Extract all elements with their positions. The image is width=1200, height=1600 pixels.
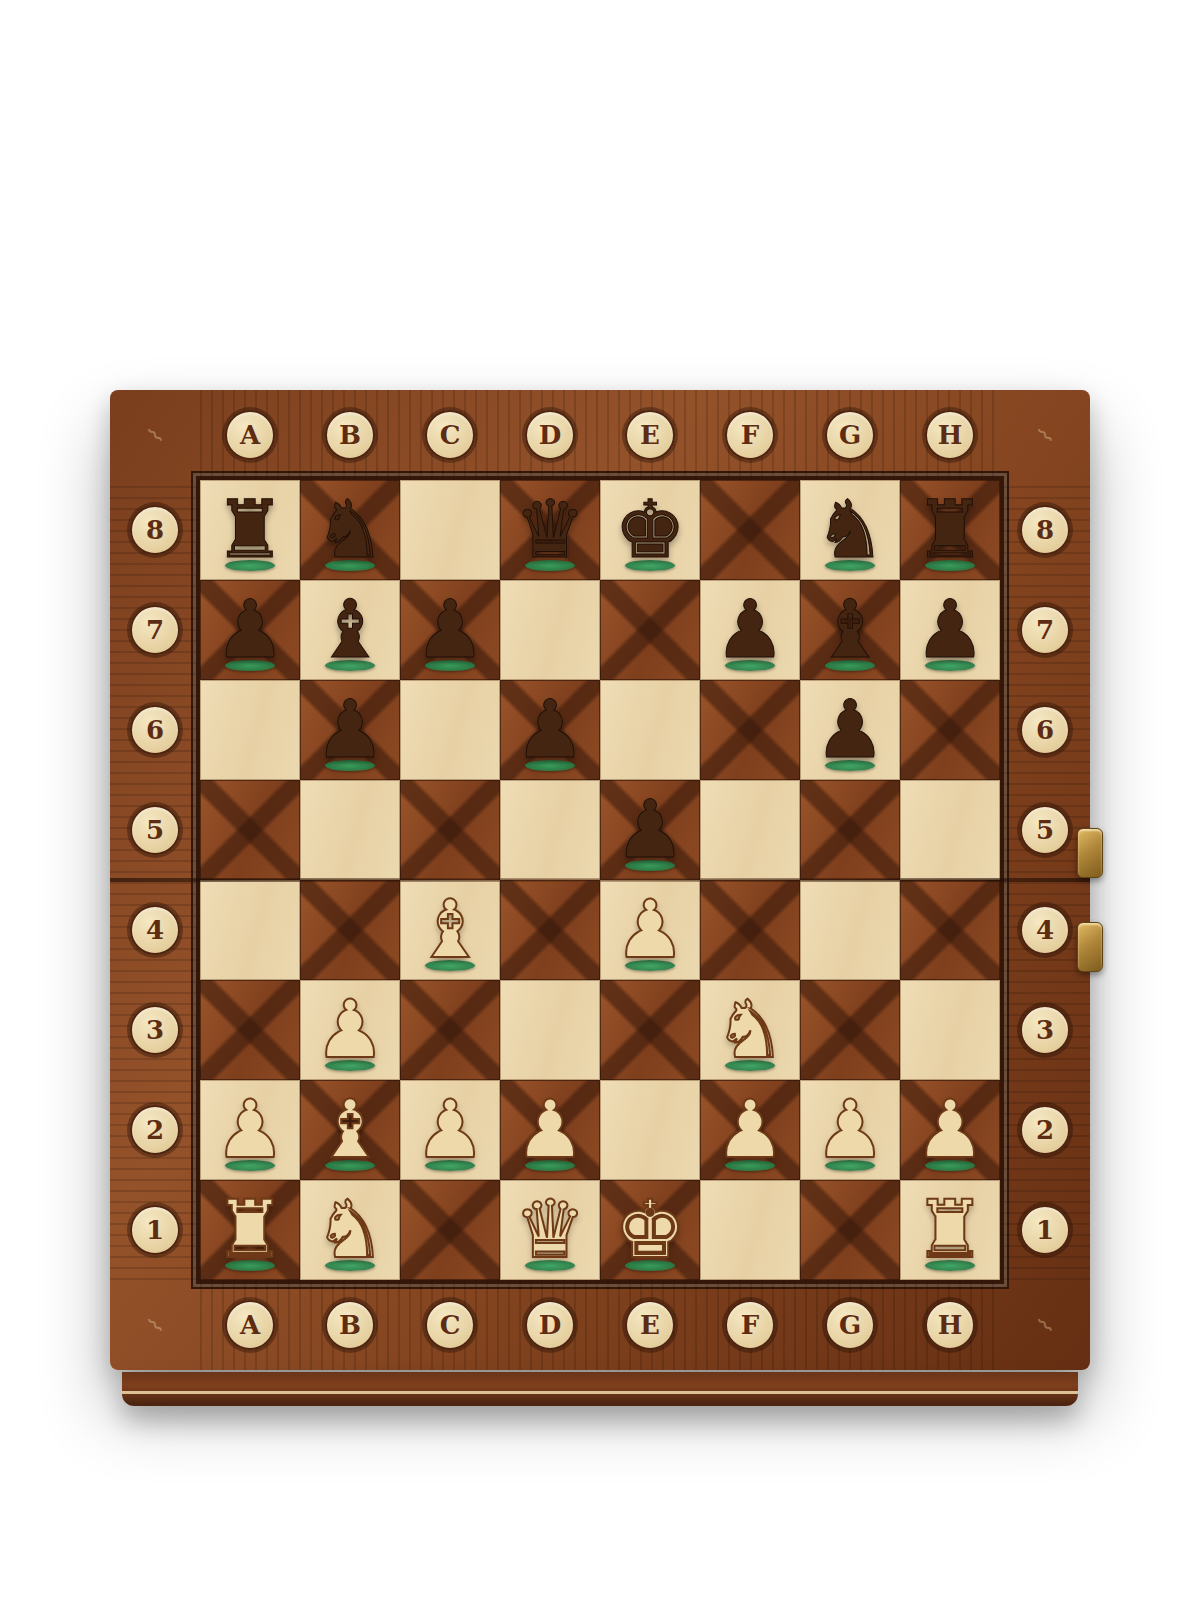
square-e8[interactable]: ♚ [600, 480, 700, 580]
square-d1[interactable]: ♛ [500, 1180, 600, 1280]
piece-bB-g7: ♝ [814, 590, 886, 670]
file-label-E: E [625, 410, 675, 460]
piece-wP-d2: ♟ [514, 1090, 586, 1170]
piece-bN-g8: ♞ [814, 490, 886, 570]
file-label-cell: B [300, 410, 400, 460]
file-label-B: B [325, 1300, 375, 1350]
rank-label-cell: 2 [130, 1080, 180, 1180]
rank-label-cell: 6 [1020, 680, 1070, 780]
file-label-F: F [725, 1300, 775, 1350]
square-d3[interactable] [500, 980, 600, 1080]
box-side-panel [122, 1372, 1078, 1406]
piece-wP-g2: ♟ [814, 1090, 886, 1170]
rank-label-cell: 4 [130, 880, 180, 980]
rank-label-8: 8 [130, 505, 180, 555]
rank-label-cell: 5 [130, 780, 180, 880]
rank-label-cell: 8 [1020, 480, 1070, 580]
rank-label-cell: 1 [1020, 1180, 1070, 1280]
piece-wR-h1: ♜ [914, 1190, 986, 1270]
corner-ornament-icon: ⌇ [1032, 1312, 1057, 1337]
square-d5[interactable] [500, 780, 600, 880]
rank-label-3: 3 [1020, 1005, 1070, 1055]
file-label-G: G [825, 1300, 875, 1350]
square-f7[interactable]: ♟ [700, 580, 800, 680]
photo-canvas: ⌇ ABCDEFGH ⌇ 87654321 ♜♞♛♚♞♜♟♝♟♟♝♟♟♟♟♟♝♟… [0, 0, 1200, 1600]
square-e4[interactable]: ♟ [600, 880, 700, 980]
piece-wP-a2: ♟ [214, 1090, 286, 1170]
chess-board: ⌇ ABCDEFGH ⌇ 87654321 ♜♞♛♚♞♜♟♝♟♟♝♟♟♟♟♟♝♟… [110, 390, 1090, 1370]
square-h2[interactable]: ♟ [900, 1080, 1000, 1180]
square-b1[interactable]: ♞ [300, 1180, 400, 1280]
square-e3[interactable] [600, 980, 700, 1080]
square-b6[interactable]: ♟ [300, 680, 400, 780]
square-a4[interactable] [200, 880, 300, 980]
square-h1[interactable]: ♜ [900, 1180, 1000, 1280]
piece-bP-d6: ♟ [514, 690, 586, 770]
square-c8[interactable] [400, 480, 500, 580]
file-label-cell: D [500, 1300, 600, 1350]
square-c2[interactable]: ♟ [400, 1080, 500, 1180]
rank-label-cell: 6 [130, 680, 180, 780]
piece-bP-e5: ♟ [614, 790, 686, 870]
piece-wB-b2: ♝ [314, 1090, 386, 1170]
square-g2[interactable]: ♟ [800, 1080, 900, 1180]
piece-bP-f7: ♟ [714, 590, 786, 670]
piece-bP-h7: ♟ [914, 590, 986, 670]
file-label-cell: H [900, 1300, 1000, 1350]
square-b4[interactable] [300, 880, 400, 980]
rank-label-cell: 5 [1020, 780, 1070, 880]
file-label-D: D [525, 410, 575, 460]
square-h8[interactable]: ♜ [900, 480, 1000, 580]
file-labels-bottom: ABCDEFGH [200, 1280, 1000, 1370]
corner-ornament-icon: ⌇ [142, 1312, 167, 1337]
square-b7[interactable]: ♝ [300, 580, 400, 680]
square-b5[interactable] [300, 780, 400, 880]
square-g3[interactable] [800, 980, 900, 1080]
square-a6[interactable] [200, 680, 300, 780]
file-label-A: A [225, 1300, 275, 1350]
square-e1[interactable]: ♚ [600, 1180, 700, 1280]
square-f2[interactable]: ♟ [700, 1080, 800, 1180]
frame-corner-top-right: ⌇ [1000, 390, 1090, 480]
rank-label-cell: 7 [1020, 580, 1070, 680]
file-label-C: C [425, 1300, 475, 1350]
square-h4[interactable] [900, 880, 1000, 980]
square-f6[interactable] [700, 680, 800, 780]
rank-label-cell: 3 [130, 980, 180, 1080]
square-f1[interactable] [700, 1180, 800, 1280]
fold-seam [110, 878, 1090, 882]
square-c7[interactable]: ♟ [400, 580, 500, 680]
piece-bP-c7: ♟ [414, 590, 486, 670]
square-a3[interactable] [200, 980, 300, 1080]
file-labels-top: ABCDEFGH [200, 390, 1000, 480]
corner-ornament-icon: ⌇ [142, 422, 167, 447]
piece-wK-e1: ♚ [614, 1190, 686, 1270]
file-label-cell: G [800, 410, 900, 460]
rank-label-4: 4 [1020, 905, 1070, 955]
corner-ornament-icon: ⌇ [1032, 422, 1057, 447]
square-e2[interactable] [600, 1080, 700, 1180]
file-label-cell: C [400, 410, 500, 460]
rank-label-1: 1 [130, 1205, 180, 1255]
rank-label-2: 2 [1020, 1105, 1070, 1155]
piece-bP-a7: ♟ [214, 590, 286, 670]
square-e7[interactable] [600, 580, 700, 680]
piece-wN-b1: ♞ [314, 1190, 386, 1270]
square-c4[interactable]: ♝ [400, 880, 500, 980]
file-label-cell: H [900, 410, 1000, 460]
piece-bN-b8: ♞ [314, 490, 386, 570]
piece-bR-a8: ♜ [214, 490, 286, 570]
file-label-cell: A [200, 1300, 300, 1350]
piece-wP-b3: ♟ [314, 990, 386, 1070]
rank-label-cell: 2 [1020, 1080, 1070, 1180]
piece-wP-h2: ♟ [914, 1090, 986, 1170]
rank-label-4: 4 [130, 905, 180, 955]
file-label-cell: B [300, 1300, 400, 1350]
brass-clasp-icon [1077, 922, 1103, 972]
frame-corner-bottom-left: ⌇ [110, 1280, 200, 1370]
square-f8[interactable] [700, 480, 800, 580]
frame-corner-bottom-right: ⌇ [1000, 1280, 1090, 1370]
rank-label-1: 1 [1020, 1205, 1070, 1255]
file-label-F: F [725, 410, 775, 460]
piece-wR-a1: ♜ [214, 1190, 286, 1270]
square-g6[interactable]: ♟ [800, 680, 900, 780]
square-b8[interactable]: ♞ [300, 480, 400, 580]
square-e5[interactable]: ♟ [600, 780, 700, 880]
square-f5[interactable] [700, 780, 800, 880]
square-g4[interactable] [800, 880, 900, 980]
square-c5[interactable] [400, 780, 500, 880]
piece-wB-c4: ♝ [414, 890, 486, 970]
piece-wQ-d1: ♛ [514, 1190, 586, 1270]
rank-label-7: 7 [1020, 605, 1070, 655]
rank-label-8: 8 [1020, 505, 1070, 555]
square-e6[interactable] [600, 680, 700, 780]
rank-label-7: 7 [130, 605, 180, 655]
file-label-cell: E [600, 1300, 700, 1350]
piece-bQ-d8: ♛ [514, 490, 586, 570]
piece-wN-f3: ♞ [714, 990, 786, 1070]
file-label-cell: A [200, 410, 300, 460]
piece-bK-e8: ♚ [614, 490, 686, 570]
brass-clasp-icon [1077, 828, 1103, 878]
square-c3[interactable] [400, 980, 500, 1080]
file-label-H: H [925, 410, 975, 460]
rank-label-cell: 7 [130, 580, 180, 680]
square-b3[interactable]: ♟ [300, 980, 400, 1080]
square-h5[interactable] [900, 780, 1000, 880]
square-a7[interactable]: ♟ [200, 580, 300, 680]
piece-wP-e4: ♟ [614, 890, 686, 970]
square-d2[interactable]: ♟ [500, 1080, 600, 1180]
square-a8[interactable]: ♜ [200, 480, 300, 580]
file-label-cell: C [400, 1300, 500, 1350]
file-label-D: D [525, 1300, 575, 1350]
piece-wP-c2: ♟ [414, 1090, 486, 1170]
square-d7[interactable] [500, 580, 600, 680]
file-label-cell: G [800, 1300, 900, 1350]
file-label-B: B [325, 410, 375, 460]
square-h6[interactable] [900, 680, 1000, 780]
rank-label-3: 3 [130, 1005, 180, 1055]
piece-bR-h8: ♜ [914, 490, 986, 570]
square-f3[interactable]: ♞ [700, 980, 800, 1080]
square-h7[interactable]: ♟ [900, 580, 1000, 680]
piece-bB-b7: ♝ [314, 590, 386, 670]
piece-wP-f2: ♟ [714, 1090, 786, 1170]
square-c1[interactable] [400, 1180, 500, 1280]
square-a1[interactable]: ♜ [200, 1180, 300, 1280]
rank-label-cell: 8 [130, 480, 180, 580]
frame-corner-top-left: ⌇ [110, 390, 200, 480]
square-a5[interactable] [200, 780, 300, 880]
rank-label-6: 6 [1020, 705, 1070, 755]
rank-label-cell: 4 [1020, 880, 1070, 980]
square-c6[interactable] [400, 680, 500, 780]
piece-bP-b6: ♟ [314, 690, 386, 770]
square-d4[interactable] [500, 880, 600, 980]
square-d8[interactable]: ♛ [500, 480, 600, 580]
file-label-H: H [925, 1300, 975, 1350]
rank-label-5: 5 [130, 805, 180, 855]
file-label-cell: E [600, 410, 700, 460]
file-label-cell: D [500, 410, 600, 460]
file-label-C: C [425, 410, 475, 460]
square-h3[interactable] [900, 980, 1000, 1080]
square-b2[interactable]: ♝ [300, 1080, 400, 1180]
square-g5[interactable] [800, 780, 900, 880]
file-label-A: A [225, 410, 275, 460]
rank-label-2: 2 [130, 1105, 180, 1155]
rank-label-5: 5 [1020, 805, 1070, 855]
square-a2[interactable]: ♟ [200, 1080, 300, 1180]
square-g8[interactable]: ♞ [800, 480, 900, 580]
rank-label-cell: 1 [130, 1180, 180, 1280]
square-f4[interactable] [700, 880, 800, 980]
file-label-cell: F [700, 410, 800, 460]
file-label-cell: F [700, 1300, 800, 1350]
file-label-G: G [825, 410, 875, 460]
piece-bP-g6: ♟ [814, 690, 886, 770]
square-g1[interactable] [800, 1180, 900, 1280]
rank-label-6: 6 [130, 705, 180, 755]
square-d6[interactable]: ♟ [500, 680, 600, 780]
square-g7[interactable]: ♝ [800, 580, 900, 680]
file-label-E: E [625, 1300, 675, 1350]
rank-label-cell: 3 [1020, 980, 1070, 1080]
